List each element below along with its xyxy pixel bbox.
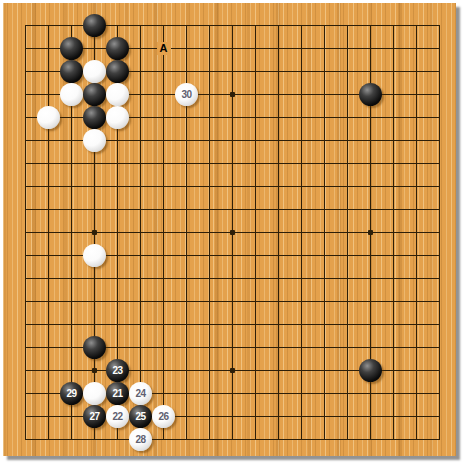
stone-black[interactable] [83, 14, 106, 37]
stone-black[interactable] [106, 37, 129, 60]
stone-white-24[interactable]: 24 [129, 382, 152, 405]
star-point [230, 368, 235, 373]
stone-move-number: 26 [152, 405, 175, 428]
stone-black[interactable] [359, 359, 382, 382]
stone-white[interactable] [60, 83, 83, 106]
stone-white[interactable] [106, 106, 129, 129]
star-point [368, 230, 373, 235]
stone-move-number: 24 [129, 382, 152, 405]
stone-black[interactable] [83, 336, 106, 359]
stone-black[interactable] [83, 83, 106, 106]
point-label-a: A [157, 42, 171, 55]
stone-white-30[interactable]: 30 [175, 83, 198, 106]
page-background: 30232921242722252628A [0, 0, 464, 464]
stone-black-21[interactable]: 21 [106, 382, 129, 405]
stone-black[interactable] [60, 60, 83, 83]
stone-white-28[interactable]: 28 [129, 428, 152, 451]
stone-move-number: 28 [129, 428, 152, 451]
stone-black[interactable] [60, 37, 83, 60]
stone-move-number: 22 [106, 405, 129, 428]
stone-move-number: 25 [129, 405, 152, 428]
stone-black-25[interactable]: 25 [129, 405, 152, 428]
stone-move-number: 23 [106, 359, 129, 382]
stone-white[interactable] [83, 382, 106, 405]
stone-move-number: 29 [60, 382, 83, 405]
star-point [92, 368, 97, 373]
star-point [92, 230, 97, 235]
go-board[interactable]: 30232921242722252628A [3, 3, 456, 456]
stone-move-number: 27 [83, 405, 106, 428]
stone-black-27[interactable]: 27 [83, 405, 106, 428]
stone-move-number: 21 [106, 382, 129, 405]
stone-white[interactable] [83, 129, 106, 152]
stone-move-number: 30 [175, 83, 198, 106]
stone-black[interactable] [106, 60, 129, 83]
stone-black-29[interactable]: 29 [60, 382, 83, 405]
stone-black-23[interactable]: 23 [106, 359, 129, 382]
stone-white-22[interactable]: 22 [106, 405, 129, 428]
stone-white-26[interactable]: 26 [152, 405, 175, 428]
stone-black[interactable] [83, 106, 106, 129]
stone-white[interactable] [106, 83, 129, 106]
star-point [230, 92, 235, 97]
star-point [230, 230, 235, 235]
stone-white[interactable] [83, 244, 106, 267]
stone-white[interactable] [83, 60, 106, 83]
stone-white[interactable] [37, 106, 60, 129]
stone-black[interactable] [359, 83, 382, 106]
